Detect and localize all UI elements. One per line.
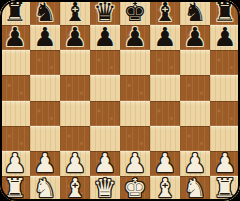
square-g5[interactable] <box>180 75 210 100</box>
square-f1[interactable]: ♝ <box>150 176 180 201</box>
square-c1[interactable]: ♝ <box>60 176 90 201</box>
square-d7[interactable]: ♟ <box>90 25 120 50</box>
square-e6[interactable] <box>120 50 150 75</box>
square-e7[interactable]: ♟ <box>120 25 150 50</box>
square-f4[interactable] <box>150 101 180 126</box>
square-b5[interactable] <box>30 75 60 100</box>
white-rook[interactable]: ♜ <box>213 176 236 201</box>
square-g3[interactable] <box>180 126 210 151</box>
square-c4[interactable] <box>60 101 90 126</box>
square-h3[interactable] <box>210 126 240 151</box>
white-knight[interactable]: ♞ <box>33 176 56 201</box>
square-e4[interactable] <box>120 101 150 126</box>
square-a7[interactable]: ♟ <box>0 25 30 50</box>
square-e5[interactable] <box>120 75 150 100</box>
square-a3[interactable] <box>0 126 30 151</box>
black-pawn[interactable]: ♟ <box>153 25 176 50</box>
square-g1[interactable]: ♞ <box>180 176 210 201</box>
square-f3[interactable] <box>150 126 180 151</box>
black-pawn[interactable]: ♟ <box>183 25 206 50</box>
black-pawn[interactable]: ♟ <box>3 25 26 50</box>
black-pawn[interactable]: ♟ <box>213 25 236 50</box>
square-f6[interactable] <box>150 50 180 75</box>
square-c6[interactable] <box>60 50 90 75</box>
chess-board: ♜♞♝♛♚♝♞♜♟♟♟♟♟♟♟♟♟♟♟♟♟♟♟♟♜♞♝♛♚♝♞♜ <box>0 0 240 201</box>
square-f7[interactable]: ♟ <box>150 25 180 50</box>
square-e3[interactable] <box>120 126 150 151</box>
square-d3[interactable] <box>90 126 120 151</box>
square-h7[interactable]: ♟ <box>210 25 240 50</box>
square-b3[interactable] <box>30 126 60 151</box>
square-d6[interactable] <box>90 50 120 75</box>
black-pawn[interactable]: ♟ <box>33 25 56 50</box>
square-b7[interactable]: ♟ <box>30 25 60 50</box>
chess-board-frame: ♜♞♝♛♚♝♞♜♟♟♟♟♟♟♟♟♟♟♟♟♟♟♟♟♜♞♝♛♚♝♞♜ <box>0 0 240 201</box>
square-a4[interactable] <box>0 101 30 126</box>
white-bishop[interactable]: ♝ <box>63 176 86 201</box>
square-f5[interactable] <box>150 75 180 100</box>
square-d5[interactable] <box>90 75 120 100</box>
black-pawn[interactable]: ♟ <box>63 25 86 50</box>
square-d4[interactable] <box>90 101 120 126</box>
square-e1[interactable]: ♚ <box>120 176 150 201</box>
square-b4[interactable] <box>30 101 60 126</box>
square-h5[interactable] <box>210 75 240 100</box>
square-c3[interactable] <box>60 126 90 151</box>
white-rook[interactable]: ♜ <box>3 176 26 201</box>
square-c5[interactable] <box>60 75 90 100</box>
square-a6[interactable] <box>0 50 30 75</box>
square-h4[interactable] <box>210 101 240 126</box>
white-queen[interactable]: ♛ <box>93 176 116 201</box>
square-g7[interactable]: ♟ <box>180 25 210 50</box>
square-h6[interactable] <box>210 50 240 75</box>
white-knight[interactable]: ♞ <box>183 176 206 201</box>
square-a1[interactable]: ♜ <box>0 176 30 201</box>
white-king[interactable]: ♚ <box>123 176 146 201</box>
square-b6[interactable] <box>30 50 60 75</box>
square-g6[interactable] <box>180 50 210 75</box>
square-h1[interactable]: ♜ <box>210 176 240 201</box>
square-d1[interactable]: ♛ <box>90 176 120 201</box>
black-pawn[interactable]: ♟ <box>123 25 146 50</box>
square-a5[interactable] <box>0 75 30 100</box>
square-c7[interactable]: ♟ <box>60 25 90 50</box>
white-bishop[interactable]: ♝ <box>153 176 176 201</box>
square-b1[interactable]: ♞ <box>30 176 60 201</box>
square-g4[interactable] <box>180 101 210 126</box>
app-window: ♜♞♝♛♚♝♞♜♟♟♟♟♟♟♟♟♟♟♟♟♟♟♟♟♜♞♝♛♚♝♞♜ <box>0 0 240 201</box>
black-pawn[interactable]: ♟ <box>93 25 116 50</box>
